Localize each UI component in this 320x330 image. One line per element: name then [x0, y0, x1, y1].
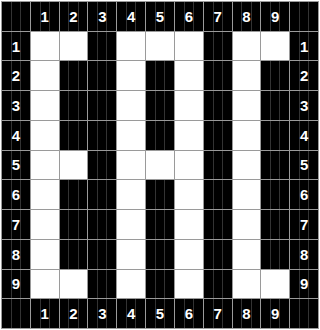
cell-r9c8[interactable]	[233, 270, 261, 299]
cell-r3c8[interactable]	[233, 91, 261, 120]
cell-r4c3[interactable]	[88, 121, 116, 150]
cell-r6c7[interactable]	[204, 180, 232, 209]
cell-r3c4[interactable]	[117, 91, 145, 120]
row-label-left-2: 2	[2, 61, 30, 90]
cell-r7c7[interactable]	[204, 210, 232, 239]
cell-r7c2[interactable]	[60, 210, 88, 239]
cell-r5c7[interactable]	[204, 151, 232, 180]
cell-r6c1[interactable]	[31, 180, 59, 209]
cell-r2c8[interactable]	[233, 61, 261, 90]
col-label-top-9: 9	[261, 2, 289, 31]
cell-r5c3[interactable]	[88, 151, 116, 180]
cell-r4c8[interactable]	[233, 121, 261, 150]
col-label-top-6: 6	[175, 2, 203, 31]
col-label-bottom-4: 4	[117, 299, 145, 328]
col-label-bottom-1: 1	[31, 299, 59, 328]
cell-r9c4[interactable]	[117, 270, 145, 299]
col-label-bottom-5: 5	[146, 299, 174, 328]
row-label-right-9: 9	[290, 270, 318, 299]
cell-r1c3[interactable]	[88, 32, 116, 61]
puzzle-board: 123456789112233445566778899123456789	[1, 1, 319, 329]
cell-r9c2[interactable]	[60, 270, 88, 299]
col-label-bottom-2: 2	[60, 299, 88, 328]
cell-r4c1[interactable]	[31, 121, 59, 150]
row-label-left-3: 3	[2, 91, 30, 120]
cell-r8c4[interactable]	[117, 240, 145, 269]
cell-r6c5[interactable]	[146, 180, 174, 209]
cell-r6c6[interactable]	[175, 180, 203, 209]
cell-r8c1[interactable]	[31, 240, 59, 269]
row-label-right-7: 7	[290, 210, 318, 239]
row-label-right-2: 2	[290, 61, 318, 90]
row-label-right-5: 5	[290, 151, 318, 180]
cell-r9c3[interactable]	[88, 270, 116, 299]
corner-top-right	[290, 2, 318, 31]
cell-r3c1[interactable]	[31, 91, 59, 120]
cell-r9c6[interactable]	[175, 270, 203, 299]
col-label-bottom-7: 7	[204, 299, 232, 328]
row-label-right-8: 8	[290, 240, 318, 269]
corner-bottom-right	[290, 299, 318, 328]
cell-r3c7[interactable]	[204, 91, 232, 120]
row-label-left-9: 9	[2, 270, 30, 299]
cell-r9c5[interactable]	[146, 270, 174, 299]
cell-r5c8[interactable]	[233, 151, 261, 180]
col-label-bottom-3: 3	[88, 299, 116, 328]
row-label-right-4: 4	[290, 121, 318, 150]
row-label-left-8: 8	[2, 240, 30, 269]
row-label-left-1: 1	[2, 32, 30, 61]
cell-r2c4[interactable]	[117, 61, 145, 90]
cell-r8c7[interactable]	[204, 240, 232, 269]
cell-r6c9[interactable]	[261, 180, 289, 209]
cell-r4c7[interactable]	[204, 121, 232, 150]
cell-r3c5[interactable]	[146, 91, 174, 120]
corner-bottom-left	[2, 299, 30, 328]
cell-r3c2[interactable]	[60, 91, 88, 120]
cell-r9c7[interactable]	[204, 270, 232, 299]
col-label-top-7: 7	[204, 2, 232, 31]
cell-r4c2[interactable]	[60, 121, 88, 150]
cell-r2c2[interactable]	[60, 61, 88, 90]
cell-r7c3[interactable]	[88, 210, 116, 239]
cell-r9c1[interactable]	[31, 270, 59, 299]
col-label-top-3: 3	[88, 2, 116, 31]
cell-r5c9[interactable]	[261, 151, 289, 180]
cell-r4c4[interactable]	[117, 121, 145, 150]
col-label-top-1: 1	[31, 2, 59, 31]
cell-r1c9[interactable]	[261, 32, 289, 61]
cell-r5c1[interactable]	[31, 151, 59, 180]
cell-r3c6[interactable]	[175, 91, 203, 120]
cell-r2c7[interactable]	[204, 61, 232, 90]
cell-r1c6[interactable]	[175, 32, 203, 61]
cell-r4c9[interactable]	[261, 121, 289, 150]
cell-r2c9[interactable]	[261, 61, 289, 90]
cell-r2c6[interactable]	[175, 61, 203, 90]
col-label-top-5: 5	[146, 2, 174, 31]
cell-r1c7[interactable]	[204, 32, 232, 61]
col-label-top-2: 2	[60, 2, 88, 31]
cell-r8c3[interactable]	[88, 240, 116, 269]
row-label-left-7: 7	[2, 210, 30, 239]
row-label-right-3: 3	[290, 91, 318, 120]
cell-r1c4[interactable]	[117, 32, 145, 61]
cell-r8c2[interactable]	[60, 240, 88, 269]
cell-r2c3[interactable]	[88, 61, 116, 90]
cell-r8c9[interactable]	[261, 240, 289, 269]
cell-r3c3[interactable]	[88, 91, 116, 120]
cell-r1c2[interactable]	[60, 32, 88, 61]
cell-r4c5[interactable]	[146, 121, 174, 150]
cell-r5c4[interactable]	[117, 151, 145, 180]
cell-r1c1[interactable]	[31, 32, 59, 61]
col-label-bottom-6: 6	[175, 299, 203, 328]
col-label-top-4: 4	[117, 2, 145, 31]
col-label-bottom-8: 8	[233, 299, 261, 328]
cell-r7c6[interactable]	[175, 210, 203, 239]
cell-r4c6[interactable]	[175, 121, 203, 150]
row-label-right-1: 1	[290, 32, 318, 61]
cell-r8c8[interactable]	[233, 240, 261, 269]
col-label-bottom-9: 9	[261, 299, 289, 328]
cell-r8c5[interactable]	[146, 240, 174, 269]
row-label-left-4: 4	[2, 121, 30, 150]
cell-r5c5[interactable]	[146, 151, 174, 180]
cell-r2c5[interactable]	[146, 61, 174, 90]
row-label-left-6: 6	[2, 180, 30, 209]
cell-r7c5[interactable]	[146, 210, 174, 239]
cell-r2c1[interactable]	[31, 61, 59, 90]
cell-r1c5[interactable]	[146, 32, 174, 61]
cell-r6c4[interactable]	[117, 180, 145, 209]
cell-r7c1[interactable]	[31, 210, 59, 239]
row-label-left-5: 5	[2, 151, 30, 180]
cell-r5c6[interactable]	[175, 151, 203, 180]
cell-r5c2[interactable]	[60, 151, 88, 180]
cell-r9c9[interactable]	[261, 270, 289, 299]
cell-r3c9[interactable]	[261, 91, 289, 120]
cell-r6c8[interactable]	[233, 180, 261, 209]
row-label-right-6: 6	[290, 180, 318, 209]
cell-r1c8[interactable]	[233, 32, 261, 61]
col-label-top-8: 8	[233, 2, 261, 31]
cell-r6c2[interactable]	[60, 180, 88, 209]
cell-r7c4[interactable]	[117, 210, 145, 239]
cell-r7c8[interactable]	[233, 210, 261, 239]
cell-r7c9[interactable]	[261, 210, 289, 239]
corner-top-left	[2, 2, 30, 31]
cell-r6c3[interactable]	[88, 180, 116, 209]
cell-r8c6[interactable]	[175, 240, 203, 269]
